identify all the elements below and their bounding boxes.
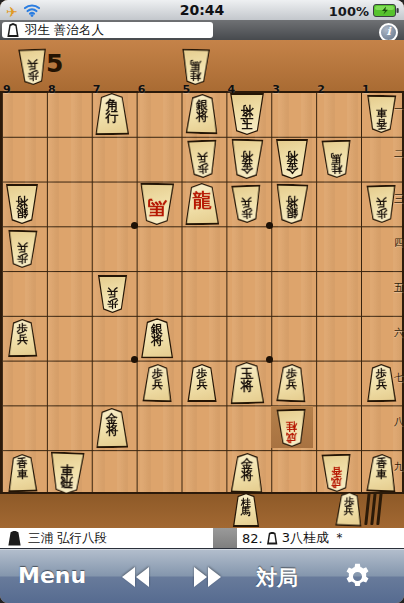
hoshi-dot (131, 222, 138, 229)
rewind-icon (122, 567, 135, 587)
gote-name-box: 羽生 善治名人 (2, 22, 213, 38)
info-icon: i (386, 25, 390, 38)
move-asterisk: ＊ (333, 529, 346, 547)
fast-forward-icon (208, 567, 221, 587)
move-display: 82. 3八桂成 ＊ (242, 528, 346, 548)
gote-piece-icon (7, 23, 19, 37)
sente-player-bar: 三浦 弘行八段 82. 3八桂成 ＊ (0, 528, 404, 548)
file-label-2: 2 (317, 83, 325, 96)
fast-forward-icon (194, 567, 207, 587)
file-label-7: 7 (93, 83, 101, 96)
sente-piece-icon (8, 531, 21, 546)
settings-button[interactable] (342, 561, 373, 596)
menu-button[interactable]: Menu (18, 563, 86, 588)
rank-label-9: 九 (394, 460, 404, 474)
hoshi-dot (266, 356, 273, 363)
rewind-icon (136, 567, 149, 587)
rank-label-2: 二 (394, 147, 404, 161)
battery-percent: 100% (329, 4, 369, 19)
fast-forward-button[interactable] (194, 567, 221, 587)
rewind-button[interactable] (122, 567, 149, 587)
file-label-6: 6 (138, 83, 146, 96)
shogi-app-screen: ✈ 20:44 100% (0, 0, 404, 603)
gear-icon (342, 577, 373, 596)
rank-label-5: 五 (394, 281, 404, 295)
sente-player-name: 三浦 弘行八段 (28, 530, 107, 547)
move-number: 82. (242, 531, 263, 546)
file-label-9: 9 (3, 83, 11, 96)
hoshi-dot (266, 222, 273, 229)
play-mode-button[interactable]: 対局 (256, 564, 298, 592)
file-label-3: 3 (272, 83, 280, 96)
gote-player-bar: 羽生 善治名人 i (0, 20, 404, 40)
move-side-icon (267, 532, 278, 545)
battery-icon (373, 2, 399, 21)
status-bar: ✈ 20:44 100% (0, 0, 404, 21)
rank-label-7: 七 (394, 371, 404, 385)
rank-label-3: 三 (394, 192, 404, 206)
file-label-8: 8 (48, 83, 56, 96)
rank-label-6: 六 (394, 326, 404, 340)
progress-block (213, 528, 237, 548)
rank-label-1: 一 (394, 102, 404, 116)
gote-hand-pawn-count: 5 (46, 49, 63, 78)
file-label-1: 1 (362, 83, 370, 96)
move-text: 3八桂成 (282, 529, 329, 547)
rank-label-8: 八 (394, 415, 404, 429)
file-label-5: 5 (183, 83, 191, 96)
gote-player-name: 羽生 善治名人 (25, 22, 104, 39)
rank-label-4: 四 (394, 236, 404, 250)
bottom-toolbar: Menu 対局 (0, 549, 404, 603)
